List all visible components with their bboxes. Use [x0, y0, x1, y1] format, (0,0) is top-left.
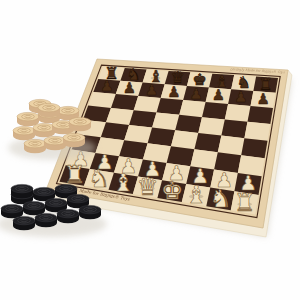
board-scene: Lovingly Made for Bigjigs® ToysLovingly …	[0, 0, 300, 300]
white-knight-b1: ♞	[88, 164, 110, 193]
black-pawn-b7: ♟	[123, 79, 136, 96]
black-checker-disc	[57, 209, 79, 223]
white-bishop-c1: ♝	[112, 168, 134, 197]
black-pawn-a7: ♟	[100, 77, 113, 94]
black-pawn-d7: ♟	[167, 83, 180, 100]
white-king-e1: ♚	[161, 176, 183, 205]
light-checker-disc	[13, 126, 35, 140]
light-checker-disc	[69, 117, 91, 131]
square-d6	[157, 98, 184, 115]
black-pawn-h7: ♟	[256, 90, 269, 107]
square-f4	[194, 133, 221, 152]
black-pawn-g7: ♟	[234, 88, 247, 105]
square-f6	[202, 102, 228, 119]
square-e4	[171, 130, 198, 149]
black-pawn-f7: ♟	[212, 86, 225, 103]
square-h6	[248, 106, 274, 124]
white-rook-h1: ♜	[234, 188, 256, 217]
chess-set-product-photo: Lovingly Made for Bigjigs® ToysLovingly …	[0, 0, 300, 300]
square-g5	[221, 120, 247, 139]
light-checker-disc	[33, 123, 55, 137]
square-d4	[148, 128, 176, 147]
light-checker-disc	[38, 103, 60, 117]
square-g4	[218, 136, 245, 156]
white-knight-g1: ♞	[209, 184, 231, 213]
square-h5	[244, 122, 270, 141]
black-checker-disc	[35, 213, 57, 227]
square-b6	[111, 94, 138, 110]
black-checker-disc	[11, 184, 33, 198]
square-e6	[179, 100, 205, 117]
square-e5	[175, 115, 202, 133]
square-h4	[241, 138, 267, 158]
black-checker-disc	[23, 201, 45, 215]
light-checker-disc	[24, 139, 46, 153]
black-checker-disc	[1, 204, 23, 218]
light-checker-disc	[17, 112, 39, 126]
square-b5	[106, 108, 134, 125]
black-pawn-e7: ♟	[190, 85, 203, 102]
square-c4	[124, 125, 152, 143]
square-g6	[225, 104, 251, 122]
black-checker-disc	[13, 216, 35, 230]
white-queen-d1: ♛	[137, 172, 159, 201]
square-c6	[134, 96, 161, 113]
white-bishop-f1: ♝	[185, 180, 207, 209]
square-d5	[152, 113, 179, 131]
black-checker-disc	[79, 205, 101, 219]
black-pawn-c7: ♟	[145, 81, 158, 98]
light-checker-disc	[63, 133, 85, 147]
square-f5	[198, 117, 225, 135]
square-c5	[129, 110, 156, 127]
light-checker-disc	[44, 136, 66, 150]
